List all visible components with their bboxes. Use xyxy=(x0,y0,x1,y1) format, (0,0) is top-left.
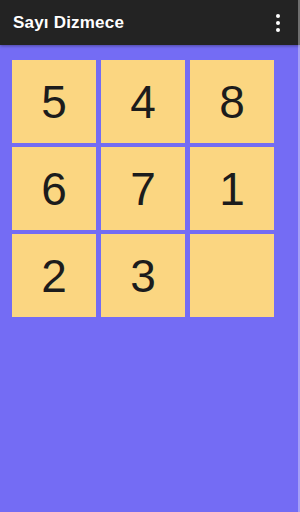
tile-4[interactable]: 4 xyxy=(101,60,185,143)
menu-dot xyxy=(276,14,280,18)
tile-8[interactable]: 8 xyxy=(190,60,274,143)
menu-dot xyxy=(276,21,280,25)
tile-2[interactable]: 2 xyxy=(12,234,96,317)
scroll-edge xyxy=(298,0,300,512)
tile-3[interactable]: 3 xyxy=(101,234,185,317)
tile-6[interactable]: 6 xyxy=(12,147,96,230)
app-title: Sayı Dizmece xyxy=(13,13,124,33)
kebab-menu-icon[interactable] xyxy=(262,0,294,45)
tile-5[interactable]: 5 xyxy=(12,60,96,143)
puzzle-board: 54867123 xyxy=(12,60,274,317)
tile-7[interactable]: 7 xyxy=(101,147,185,230)
menu-dot xyxy=(276,28,280,32)
app-bar: Sayı Dizmece xyxy=(0,0,300,45)
tile-empty xyxy=(190,234,274,317)
tile-1[interactable]: 1 xyxy=(190,147,274,230)
